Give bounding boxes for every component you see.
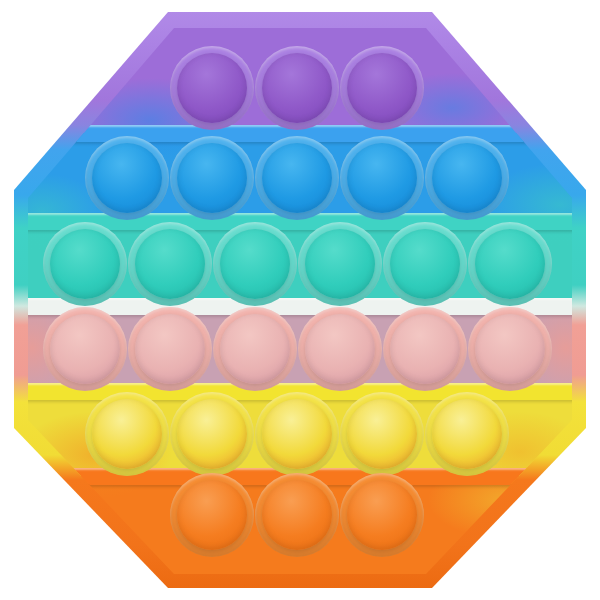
product-photo-stage xyxy=(0,0,600,600)
bubble-r4c1[interactable] xyxy=(43,307,127,391)
bubble-dome xyxy=(305,314,375,384)
bubble-r4c4[interactable] xyxy=(298,307,382,391)
bubble-r6c1[interactable] xyxy=(170,473,254,557)
bubble-r5c2[interactable] xyxy=(170,392,254,476)
bubble-dome xyxy=(262,53,332,123)
bubble-dome xyxy=(50,314,120,384)
bubble-dome xyxy=(177,143,247,213)
bubble-r2c4[interactable] xyxy=(340,136,424,220)
bubble-r4c5[interactable] xyxy=(383,307,467,391)
bubble-r4c2[interactable] xyxy=(128,307,212,391)
bubble-dome xyxy=(50,229,120,299)
bubble-r3c5[interactable] xyxy=(383,222,467,306)
bubble-r1c1[interactable] xyxy=(170,46,254,130)
bubble-dome xyxy=(347,399,417,469)
bubble-r5c3[interactable] xyxy=(255,392,339,476)
bubble-r3c3[interactable] xyxy=(213,222,297,306)
bubble-dome xyxy=(347,480,417,550)
bubble-r5c1[interactable] xyxy=(85,392,169,476)
bubble-dome xyxy=(262,143,332,213)
bubble-dome xyxy=(92,399,162,469)
bubble-dome xyxy=(347,143,417,213)
bubble-dome xyxy=(262,480,332,550)
bubble-r2c3[interactable] xyxy=(255,136,339,220)
bubble-dome xyxy=(262,399,332,469)
bubble-dome xyxy=(220,229,290,299)
bubble-dome xyxy=(305,229,375,299)
bubble-dome xyxy=(177,399,247,469)
bubble-r2c1[interactable] xyxy=(85,136,169,220)
bubble-dome xyxy=(475,229,545,299)
bubble-dome xyxy=(432,143,502,213)
bubble-r2c2[interactable] xyxy=(170,136,254,220)
bubble-r3c2[interactable] xyxy=(128,222,212,306)
bubble-dome xyxy=(390,229,460,299)
bubble-dome xyxy=(177,480,247,550)
board-face xyxy=(0,0,600,600)
bubble-dome xyxy=(347,53,417,123)
bubble-r3c4[interactable] xyxy=(298,222,382,306)
pop-it-board xyxy=(0,0,600,600)
bubble-r5c4[interactable] xyxy=(340,392,424,476)
bubble-r6c2[interactable] xyxy=(255,473,339,557)
bubble-dome xyxy=(475,314,545,384)
bubble-r2c5[interactable] xyxy=(425,136,509,220)
bubble-r3c6[interactable] xyxy=(468,222,552,306)
bubble-dome xyxy=(220,314,290,384)
bubble-dome xyxy=(135,314,205,384)
bubble-r4c3[interactable] xyxy=(213,307,297,391)
bubble-r3c1[interactable] xyxy=(43,222,127,306)
bubble-r1c3[interactable] xyxy=(340,46,424,130)
bubble-dome xyxy=(92,143,162,213)
bubble-r5c5[interactable] xyxy=(425,392,509,476)
bubble-r4c6[interactable] xyxy=(468,307,552,391)
bubble-dome xyxy=(135,229,205,299)
bubble-r1c2[interactable] xyxy=(255,46,339,130)
bubble-dome xyxy=(390,314,460,384)
bubble-dome xyxy=(177,53,247,123)
bubble-r6c3[interactable] xyxy=(340,473,424,557)
bubble-dome xyxy=(432,399,502,469)
